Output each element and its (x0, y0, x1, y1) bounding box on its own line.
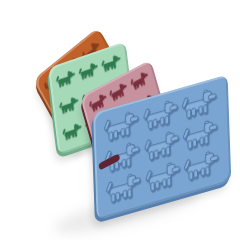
dog-mold-cavity (61, 117, 85, 149)
product-photo (0, 0, 240, 240)
